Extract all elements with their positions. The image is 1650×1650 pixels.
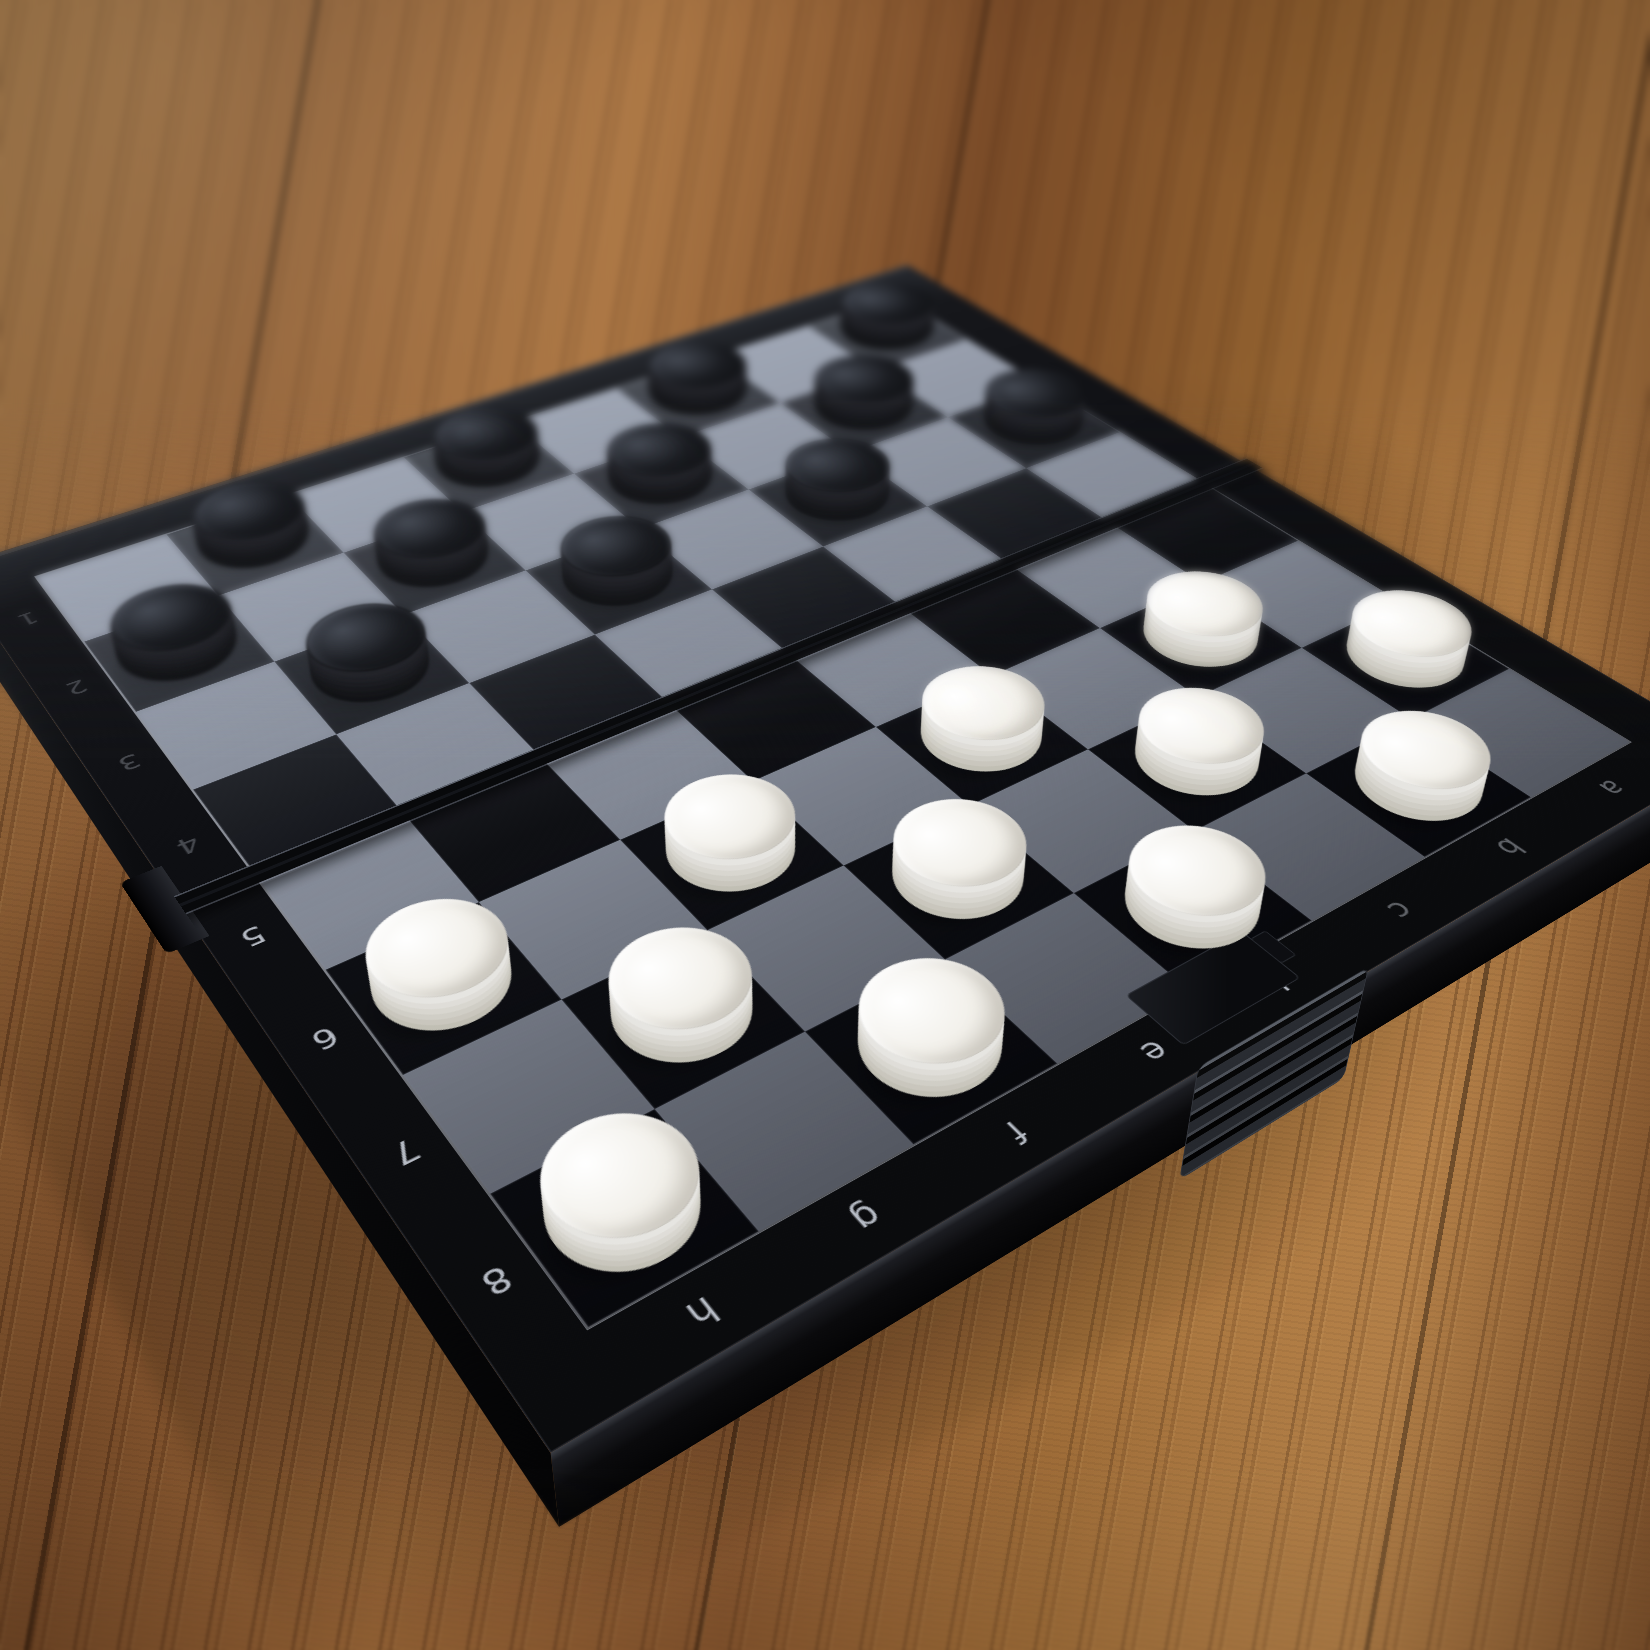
rank-label-2: 2	[60, 675, 93, 700]
photo-scene: 12345678hgfedcba	[0, 0, 1650, 1650]
rank-label-6: 6	[303, 1020, 345, 1057]
file-label-h: h	[676, 1288, 727, 1336]
rank-label-1: 1	[12, 608, 43, 631]
file-label-e: e	[1130, 1033, 1179, 1070]
file-label-c: c	[1377, 895, 1422, 926]
rank-label-3: 3	[112, 749, 146, 776]
rank-label-7: 7	[382, 1131, 427, 1173]
file-label-f: f	[995, 1114, 1036, 1150]
file-label-g: g	[840, 1196, 891, 1240]
rank-label-8: 8	[471, 1257, 520, 1304]
rank-label-4: 4	[169, 830, 206, 860]
file-label-b: b	[1487, 832, 1533, 862]
file-label-a: a	[1590, 775, 1635, 803]
rank-label-5: 5	[233, 920, 272, 953]
